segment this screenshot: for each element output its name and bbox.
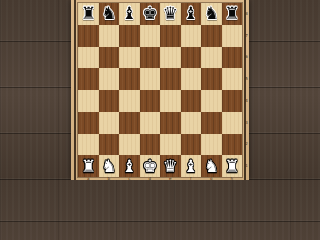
chess-board: ♜♞♝♚♛♝♞♜♜♞♝♚♛♝♞♜ (78, 3, 242, 177)
black-bishop[interactable]: ♝ (183, 5, 198, 22)
square-h2[interactable] (222, 134, 243, 156)
black-rook[interactable]: ♜ (224, 5, 239, 22)
square-c3[interactable] (119, 112, 140, 134)
square-c1[interactable]: ♝ (119, 155, 140, 177)
black-bishop[interactable]: ♝ (122, 5, 137, 22)
square-h3[interactable] (222, 112, 243, 134)
square-g3[interactable] (201, 112, 222, 134)
square-b8[interactable]: ♞ (99, 3, 120, 25)
square-h6[interactable] (222, 47, 243, 69)
square-a4[interactable] (78, 90, 99, 112)
white-knight[interactable]: ♞ (204, 158, 219, 175)
file-label-f: f (190, 177, 191, 180)
square-f6[interactable] (181, 47, 202, 69)
square-f2[interactable] (181, 134, 202, 156)
square-e8[interactable]: ♛ (160, 3, 181, 25)
square-e3[interactable] (160, 112, 181, 134)
square-g7[interactable] (201, 25, 222, 47)
square-f5[interactable] (181, 68, 202, 90)
square-f8[interactable]: ♝ (181, 3, 202, 25)
square-c6[interactable] (119, 47, 140, 69)
square-a5[interactable] (78, 68, 99, 90)
black-knight[interactable]: ♞ (101, 5, 116, 22)
square-d1[interactable]: ♚ (140, 155, 161, 177)
square-a6[interactable] (78, 47, 99, 69)
square-b4[interactable] (99, 90, 120, 112)
square-h7[interactable] (222, 25, 243, 47)
black-king[interactable]: ♚ (142, 5, 157, 22)
square-d5[interactable] (140, 68, 161, 90)
square-g5[interactable] (201, 68, 222, 90)
square-c2[interactable] (119, 134, 140, 156)
file-label-e: e (169, 177, 171, 180)
rank-label-7: 7 (245, 34, 248, 38)
square-c8[interactable]: ♝ (119, 3, 140, 25)
file-labels: abcdefgh (78, 177, 242, 180)
rank-label-1: 1 (245, 164, 248, 168)
white-queen[interactable]: ♛ (163, 158, 178, 175)
file-label-h: h (230, 177, 233, 180)
square-a3[interactable] (78, 112, 99, 134)
square-c4[interactable] (119, 90, 140, 112)
chess-board-frame: ♜♞♝♚♛♝♞♜♜♞♝♚♛♝♞♜ abcdefgh 87654321 (71, 0, 249, 180)
square-d6[interactable] (140, 47, 161, 69)
rank-label-3: 3 (245, 121, 248, 125)
square-e6[interactable] (160, 47, 181, 69)
file-label-b: b (107, 177, 110, 180)
black-queen[interactable]: ♛ (163, 5, 178, 22)
square-e4[interactable] (160, 90, 181, 112)
rank-label-4: 4 (245, 99, 248, 103)
square-h8[interactable]: ♜ (222, 3, 243, 25)
rank-label-2: 2 (245, 142, 248, 146)
square-g6[interactable] (201, 47, 222, 69)
square-d4[interactable] (140, 90, 161, 112)
rank-labels: 87654321 (244, 3, 249, 177)
square-b1[interactable]: ♞ (99, 155, 120, 177)
rank-label-5: 5 (245, 77, 248, 81)
square-f4[interactable] (181, 90, 202, 112)
white-bishop[interactable]: ♝ (183, 158, 198, 175)
white-king[interactable]: ♚ (142, 158, 157, 175)
file-label-d: d (148, 177, 151, 180)
square-e1[interactable]: ♛ (160, 155, 181, 177)
square-a1[interactable]: ♜ (78, 155, 99, 177)
square-e5[interactable] (160, 68, 181, 90)
black-knight[interactable]: ♞ (204, 5, 219, 22)
square-g4[interactable] (201, 90, 222, 112)
square-h5[interactable] (222, 68, 243, 90)
square-d7[interactable] (140, 25, 161, 47)
white-rook[interactable]: ♜ (224, 158, 239, 175)
square-b3[interactable] (99, 112, 120, 134)
white-bishop[interactable]: ♝ (122, 158, 137, 175)
square-c5[interactable] (119, 68, 140, 90)
square-e2[interactable] (160, 134, 181, 156)
file-label-a: a (87, 177, 89, 180)
square-g1[interactable]: ♞ (201, 155, 222, 177)
table-background: { "game": "chess", "position": { "fen": … (0, 0, 320, 180)
square-b5[interactable] (99, 68, 120, 90)
square-a7[interactable] (78, 25, 99, 47)
square-a2[interactable] (78, 134, 99, 156)
square-b6[interactable] (99, 47, 120, 69)
square-g8[interactable]: ♞ (201, 3, 222, 25)
square-h4[interactable] (222, 90, 243, 112)
square-b2[interactable] (99, 134, 120, 156)
square-f1[interactable]: ♝ (181, 155, 202, 177)
square-f7[interactable] (181, 25, 202, 47)
white-knight[interactable]: ♞ (101, 158, 116, 175)
square-c7[interactable] (119, 25, 140, 47)
square-d8[interactable]: ♚ (140, 3, 161, 25)
file-label-c: c (128, 177, 130, 180)
square-d3[interactable] (140, 112, 161, 134)
white-rook[interactable]: ♜ (81, 158, 96, 175)
square-h1[interactable]: ♜ (222, 155, 243, 177)
square-d2[interactable] (140, 134, 161, 156)
square-f3[interactable] (181, 112, 202, 134)
rank-label-8: 8 (245, 12, 248, 16)
file-label-g: g (210, 177, 213, 180)
rank-label-6: 6 (245, 55, 248, 59)
square-b7[interactable] (99, 25, 120, 47)
square-a8[interactable]: ♜ (78, 3, 99, 25)
square-g2[interactable] (201, 134, 222, 156)
square-e7[interactable] (160, 25, 181, 47)
black-rook[interactable]: ♜ (81, 5, 96, 22)
frame-edge-left (74, 0, 76, 180)
